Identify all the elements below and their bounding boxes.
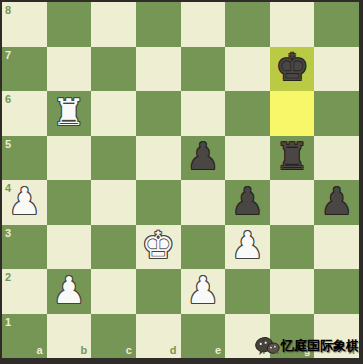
rank-label-1: 1 — [5, 317, 11, 328]
square-e8[interactable] — [181, 2, 226, 47]
square-g3[interactable] — [270, 225, 315, 270]
square-e5[interactable]: ♟ — [181, 136, 226, 181]
square-e3[interactable] — [181, 225, 226, 270]
square-g2[interactable] — [270, 269, 315, 314]
square-d3[interactable]: ♚ — [136, 225, 181, 270]
square-f5[interactable] — [225, 136, 270, 181]
white-rook-b6[interactable]: ♜ — [52, 94, 85, 131]
square-f7[interactable] — [225, 47, 270, 92]
square-f2[interactable] — [225, 269, 270, 314]
square-d4[interactable] — [136, 180, 181, 225]
chess-board: 87♚6♜5♟♜4♟♟♟3♚♟2♟♟1abcdefgh — [2, 2, 359, 358]
square-f8[interactable] — [225, 2, 270, 47]
square-c6[interactable] — [91, 91, 136, 136]
rank-label-5: 5 — [5, 139, 11, 150]
white-pawn-f3[interactable]: ♟ — [231, 227, 264, 264]
white-pawn-b2[interactable]: ♟ — [52, 272, 85, 309]
file-label-h: h — [348, 345, 355, 356]
square-b1[interactable]: b — [47, 314, 92, 359]
black-pawn-f4[interactable]: ♟ — [231, 183, 264, 220]
square-d1[interactable]: d — [136, 314, 181, 359]
square-e4[interactable] — [181, 180, 226, 225]
square-c2[interactable] — [91, 269, 136, 314]
square-c7[interactable] — [91, 47, 136, 92]
square-c3[interactable] — [91, 225, 136, 270]
square-d6[interactable] — [136, 91, 181, 136]
white-pawn-e2[interactable]: ♟ — [186, 272, 219, 309]
file-label-f: f — [262, 345, 266, 356]
square-e1[interactable]: e — [181, 314, 226, 359]
square-h7[interactable] — [314, 47, 359, 92]
black-pawn-e5[interactable]: ♟ — [186, 138, 219, 175]
square-f3[interactable]: ♟ — [225, 225, 270, 270]
black-king-g7[interactable]: ♚ — [275, 49, 308, 86]
black-pawn-h4[interactable]: ♟ — [320, 183, 353, 220]
square-e6[interactable] — [181, 91, 226, 136]
square-b2[interactable]: ♟ — [47, 269, 92, 314]
square-d7[interactable] — [136, 47, 181, 92]
square-c1[interactable]: c — [91, 314, 136, 359]
square-d5[interactable] — [136, 136, 181, 181]
square-a7[interactable]: 7 — [2, 47, 47, 92]
square-h3[interactable] — [314, 225, 359, 270]
square-b4[interactable] — [47, 180, 92, 225]
square-b3[interactable] — [47, 225, 92, 270]
rank-label-8: 8 — [5, 5, 11, 16]
square-a8[interactable]: 8 — [2, 2, 47, 47]
square-f6[interactable] — [225, 91, 270, 136]
white-king-d3[interactable]: ♚ — [142, 227, 175, 264]
square-a2[interactable]: 2 — [2, 269, 47, 314]
file-label-a: a — [37, 345, 43, 356]
square-d8[interactable] — [136, 2, 181, 47]
file-label-g: g — [304, 345, 311, 356]
square-e7[interactable] — [181, 47, 226, 92]
square-g6[interactable] — [270, 91, 315, 136]
square-b5[interactable] — [47, 136, 92, 181]
square-c5[interactable] — [91, 136, 136, 181]
square-g7[interactable]: ♚ — [270, 47, 315, 92]
square-h8[interactable] — [314, 2, 359, 47]
square-h6[interactable] — [314, 91, 359, 136]
square-f4[interactable]: ♟ — [225, 180, 270, 225]
square-b6[interactable]: ♜ — [47, 91, 92, 136]
square-h5[interactable] — [314, 136, 359, 181]
square-f1[interactable]: f — [225, 314, 270, 359]
square-h1[interactable]: h — [314, 314, 359, 359]
file-label-b: b — [81, 345, 88, 356]
rank-label-3: 3 — [5, 228, 11, 239]
square-a1[interactable]: 1a — [2, 314, 47, 359]
rank-label-2: 2 — [5, 272, 11, 283]
file-label-c: c — [126, 345, 132, 356]
file-label-d: d — [170, 345, 177, 356]
square-b8[interactable] — [47, 2, 92, 47]
square-g4[interactable] — [270, 180, 315, 225]
square-h2[interactable] — [314, 269, 359, 314]
rank-label-7: 7 — [5, 50, 11, 61]
black-rook-g5[interactable]: ♜ — [275, 138, 308, 175]
rank-label-6: 6 — [5, 94, 11, 105]
square-a6[interactable]: 6 — [2, 91, 47, 136]
square-e2[interactable]: ♟ — [181, 269, 226, 314]
square-g1[interactable]: g — [270, 314, 315, 359]
square-g5[interactable]: ♜ — [270, 136, 315, 181]
square-g8[interactable] — [270, 2, 315, 47]
square-a5[interactable]: 5 — [2, 136, 47, 181]
square-c4[interactable] — [91, 180, 136, 225]
square-b7[interactable] — [47, 47, 92, 92]
square-a4[interactable]: 4♟ — [2, 180, 47, 225]
file-label-e: e — [215, 345, 221, 356]
square-h4[interactable]: ♟ — [314, 180, 359, 225]
square-c8[interactable] — [91, 2, 136, 47]
square-d2[interactable] — [136, 269, 181, 314]
white-pawn-a4[interactable]: ♟ — [8, 183, 41, 220]
square-a3[interactable]: 3 — [2, 225, 47, 270]
